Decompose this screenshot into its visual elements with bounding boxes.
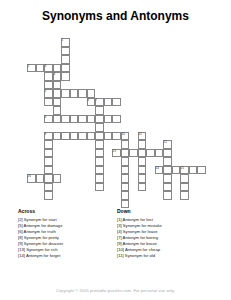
grid-cell xyxy=(180,191,189,200)
grid-cell xyxy=(44,183,53,192)
grid-cell xyxy=(44,64,53,73)
grid-cell xyxy=(138,149,147,158)
grid-cell xyxy=(121,183,130,192)
grid-cell xyxy=(78,115,87,124)
grid-cell xyxy=(163,166,172,175)
grid-cell xyxy=(27,64,36,73)
grid-cell xyxy=(44,115,53,124)
grid-cell xyxy=(61,55,70,64)
grid-cell xyxy=(172,166,181,175)
grid-cell xyxy=(44,140,53,149)
grid-cell xyxy=(95,157,104,166)
grid-cell xyxy=(138,132,147,141)
grid-cell xyxy=(95,132,104,141)
grid-cell xyxy=(180,183,189,192)
grid-cell xyxy=(95,174,104,183)
grid-cell xyxy=(78,89,87,98)
puzzle-page: { "game": "crossword", "title": "Synonym… xyxy=(0,0,231,300)
grid-cell xyxy=(87,115,96,124)
down-header: Down xyxy=(117,208,162,214)
grid-cell xyxy=(44,191,53,200)
grid-cell xyxy=(180,166,189,175)
grid-cell xyxy=(95,115,104,124)
copyright-footer: Copyright © 2005 printable-puzzles.com. … xyxy=(0,288,231,293)
grid-cell xyxy=(138,157,147,166)
grid-cell xyxy=(61,132,70,141)
grid-cell xyxy=(53,64,62,73)
grid-cell xyxy=(44,157,53,166)
grid-cell xyxy=(129,149,138,158)
grid-cell xyxy=(121,140,130,149)
grid-cell xyxy=(121,157,130,166)
grid-cell xyxy=(70,115,79,124)
grid-cell xyxy=(95,106,104,115)
grid-cell xyxy=(163,157,172,166)
grid-cell xyxy=(163,174,172,183)
grid-cell xyxy=(104,98,113,107)
grid-cell xyxy=(44,72,53,81)
grid-cell xyxy=(61,72,70,81)
across-clues-section: Across [2] Synonym for start[5] Antonym … xyxy=(18,208,63,259)
grid-cell xyxy=(138,166,147,175)
grid-cell xyxy=(197,166,206,175)
grid-cell xyxy=(121,166,130,175)
grid-cell xyxy=(61,47,70,56)
grid-cell xyxy=(87,132,96,141)
grid-cell xyxy=(70,89,79,98)
grid-cell xyxy=(53,81,62,90)
grid-cell xyxy=(155,149,164,158)
grid-cell xyxy=(180,174,189,183)
puzzle-title: Synonyms and Antonyms xyxy=(0,9,231,23)
across-header: Across xyxy=(18,208,63,214)
grid-cell xyxy=(146,149,155,158)
grid-cell xyxy=(138,140,147,149)
grid-cell xyxy=(121,200,130,209)
grid-cell xyxy=(61,89,70,98)
crossword-grid: 12345678910111213141516 xyxy=(27,38,206,208)
down-clue-list: [1] Antonym for lost[3] Synonym for mist… xyxy=(117,217,162,259)
grid-cell xyxy=(112,132,121,141)
grid-cell xyxy=(53,132,62,141)
across-clue-list: [2] Synonym for start[5] Antonym for dam… xyxy=(18,217,63,259)
grid-cell xyxy=(163,191,172,200)
grid-cell xyxy=(112,149,121,158)
grid-cell xyxy=(44,166,53,175)
grid-cell xyxy=(87,98,96,107)
grid-cell xyxy=(95,123,104,132)
grid-cell xyxy=(53,106,62,115)
grid-cell xyxy=(44,132,53,141)
grid-cell xyxy=(44,174,53,183)
grid-cell xyxy=(121,174,130,183)
grid-cell xyxy=(112,98,121,107)
grid-cell xyxy=(112,115,121,124)
grid-cell xyxy=(61,38,70,47)
grid-cell xyxy=(53,89,62,98)
grid-cell xyxy=(163,140,172,149)
grid-cell xyxy=(163,183,172,192)
grid-cell xyxy=(70,132,79,141)
grid-cell xyxy=(121,191,130,200)
grid-cell xyxy=(121,149,130,158)
clue-item: [11] Synonym for old xyxy=(117,253,162,259)
grid-cell xyxy=(121,132,130,141)
grid-cell xyxy=(53,72,62,81)
grid-cell xyxy=(95,183,104,192)
grid-cell xyxy=(44,81,53,90)
grid-cell xyxy=(44,89,53,98)
grid-cell xyxy=(44,149,53,158)
grid-cell xyxy=(53,174,62,183)
grid-cell xyxy=(44,98,53,107)
grid-cell xyxy=(95,149,104,158)
grid-cell xyxy=(87,89,96,98)
clue-item: [14] Antonym for forget xyxy=(18,253,63,259)
grid-cell xyxy=(104,115,113,124)
grid-cell xyxy=(27,174,36,183)
grid-cell xyxy=(163,149,172,158)
grid-cell xyxy=(36,64,45,73)
grid-cell xyxy=(155,166,164,175)
down-clues-section: Down [1] Antonym for lost[3] Synonym for… xyxy=(117,208,162,259)
grid-cell xyxy=(53,98,62,107)
grid-cell xyxy=(61,64,70,73)
grid-cell xyxy=(61,115,70,124)
grid-cell xyxy=(36,174,45,183)
grid-cell xyxy=(95,166,104,175)
grid-cell xyxy=(95,98,104,107)
grid-cell xyxy=(78,132,87,141)
grid-cell xyxy=(138,174,147,183)
grid-cell xyxy=(189,166,198,175)
grid-cell xyxy=(104,132,113,141)
grid-cell xyxy=(95,140,104,149)
grid-cell xyxy=(138,183,147,192)
grid-cell xyxy=(53,115,62,124)
